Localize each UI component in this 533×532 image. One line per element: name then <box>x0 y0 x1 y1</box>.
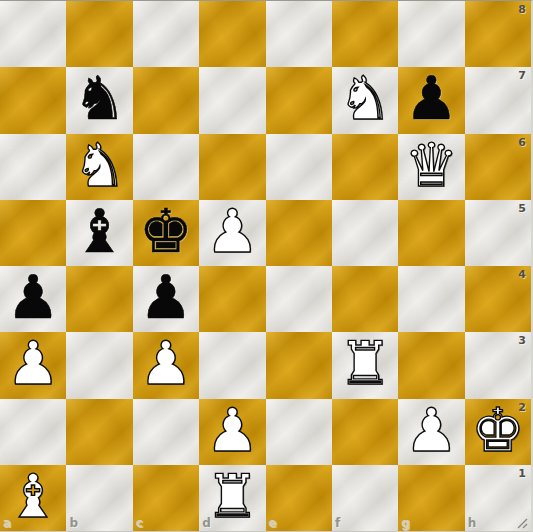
file-label-d: d <box>202 516 211 530</box>
square-e1[interactable]: e <box>266 465 332 531</box>
square-a1[interactable]: ♝a <box>0 465 66 531</box>
square-b1[interactable]: b <box>66 465 132 531</box>
rank-label-2: 2 <box>518 401 526 414</box>
piece-white-rook[interactable]: ♜ <box>338 333 392 393</box>
square-e6[interactable] <box>266 134 332 200</box>
file-label-f: f <box>335 516 340 530</box>
piece-black-king[interactable]: ♚ <box>139 201 193 261</box>
square-c1[interactable]: c <box>133 465 199 531</box>
rank-label-7: 7 <box>518 69 526 82</box>
square-h3[interactable]: 3 <box>465 332 531 398</box>
square-a5[interactable] <box>0 200 66 266</box>
square-d5[interactable]: ♟ <box>199 200 265 266</box>
square-f3[interactable]: ♜ <box>332 332 398 398</box>
square-g1[interactable]: g <box>398 465 464 531</box>
piece-white-pawn[interactable]: ♟ <box>6 333 60 393</box>
file-label-h: h <box>468 516 477 530</box>
square-a4[interactable]: ♟ <box>0 266 66 332</box>
square-g7[interactable]: ♟ <box>398 67 464 133</box>
square-e8[interactable] <box>266 1 332 67</box>
resize-handle-icon[interactable] <box>515 515 529 529</box>
rank-label-4: 4 <box>518 268 526 281</box>
square-b2[interactable] <box>66 399 132 465</box>
piece-black-pawn[interactable]: ♟ <box>405 68 459 128</box>
square-c5[interactable]: ♚ <box>133 200 199 266</box>
square-f7[interactable]: ♞ <box>332 67 398 133</box>
piece-white-rook[interactable]: ♜ <box>205 466 259 526</box>
square-f4[interactable] <box>332 266 398 332</box>
piece-white-knight[interactable]: ♞ <box>338 68 392 128</box>
square-c2[interactable] <box>133 399 199 465</box>
square-f8[interactable] <box>332 1 398 67</box>
piece-black-pawn[interactable]: ♟ <box>139 267 193 327</box>
square-h5[interactable]: 5 <box>465 200 531 266</box>
file-label-c: c <box>136 516 143 530</box>
square-d8[interactable] <box>199 1 265 67</box>
square-f5[interactable] <box>332 200 398 266</box>
file-label-b: b <box>69 516 78 530</box>
square-b7[interactable]: ♞ <box>66 67 132 133</box>
piece-white-queen[interactable]: ♛ <box>405 135 459 195</box>
rank-label-5: 5 <box>518 202 526 215</box>
square-g4[interactable] <box>398 266 464 332</box>
square-h1[interactable]: 1h <box>465 465 531 531</box>
rank-label-6: 6 <box>518 136 526 149</box>
square-e7[interactable] <box>266 67 332 133</box>
piece-white-bishop[interactable]: ♝ <box>6 466 60 526</box>
piece-white-knight[interactable]: ♞ <box>73 135 127 195</box>
square-a8[interactable] <box>0 1 66 67</box>
square-a7[interactable] <box>0 67 66 133</box>
square-c7[interactable] <box>133 67 199 133</box>
square-d4[interactable] <box>199 266 265 332</box>
square-g6[interactable]: ♛ <box>398 134 464 200</box>
square-b4[interactable] <box>66 266 132 332</box>
square-b6[interactable]: ♞ <box>66 134 132 200</box>
square-h2[interactable]: ♚2 <box>465 399 531 465</box>
piece-white-pawn[interactable]: ♟ <box>139 333 193 393</box>
file-label-e: e <box>269 516 277 530</box>
square-b3[interactable] <box>66 332 132 398</box>
rank-label-3: 3 <box>518 334 526 347</box>
piece-black-pawn[interactable]: ♟ <box>6 267 60 327</box>
square-g2[interactable]: ♟ <box>398 399 464 465</box>
square-f2[interactable] <box>332 399 398 465</box>
square-d3[interactable] <box>199 332 265 398</box>
square-e4[interactable] <box>266 266 332 332</box>
piece-white-pawn[interactable]: ♟ <box>205 201 259 261</box>
square-g8[interactable] <box>398 1 464 67</box>
square-a2[interactable] <box>0 399 66 465</box>
chess-board: 8♞♞♟7♞♛6♝♚♟5♟♟4♟♟♜3♟♟♚2♝abc♜defg1h <box>0 1 531 531</box>
rank-label-1: 1 <box>518 467 526 480</box>
square-d1[interactable]: ♜d <box>199 465 265 531</box>
square-b5[interactable]: ♝ <box>66 200 132 266</box>
square-e3[interactable] <box>266 332 332 398</box>
file-label-g: g <box>401 516 410 530</box>
square-d7[interactable] <box>199 67 265 133</box>
piece-white-pawn[interactable]: ♟ <box>205 400 259 460</box>
square-a3[interactable]: ♟ <box>0 332 66 398</box>
square-h6[interactable]: 6 <box>465 134 531 200</box>
square-b8[interactable] <box>66 1 132 67</box>
square-c6[interactable] <box>133 134 199 200</box>
file-label-a: a <box>3 516 11 530</box>
chess-board-container: 8♞♞♟7♞♛6♝♚♟5♟♟4♟♟♜3♟♟♚2♝abc♜defg1h <box>0 0 533 532</box>
piece-black-bishop[interactable]: ♝ <box>73 201 127 261</box>
square-h8[interactable]: 8 <box>465 1 531 67</box>
square-d6[interactable] <box>199 134 265 200</box>
rank-label-8: 8 <box>518 3 526 16</box>
square-a6[interactable] <box>0 134 66 200</box>
square-c8[interactable] <box>133 1 199 67</box>
square-c3[interactable]: ♟ <box>133 332 199 398</box>
piece-white-pawn[interactable]: ♟ <box>405 400 459 460</box>
square-g5[interactable] <box>398 200 464 266</box>
square-g3[interactable] <box>398 332 464 398</box>
square-c4[interactable]: ♟ <box>133 266 199 332</box>
square-d2[interactable]: ♟ <box>199 399 265 465</box>
square-h4[interactable]: 4 <box>465 266 531 332</box>
square-f6[interactable] <box>332 134 398 200</box>
square-e5[interactable] <box>266 200 332 266</box>
square-h7[interactable]: 7 <box>465 67 531 133</box>
piece-black-knight[interactable]: ♞ <box>73 68 127 128</box>
piece-white-king[interactable]: ♚ <box>471 400 525 460</box>
square-e2[interactable] <box>266 399 332 465</box>
square-f1[interactable]: f <box>332 465 398 531</box>
